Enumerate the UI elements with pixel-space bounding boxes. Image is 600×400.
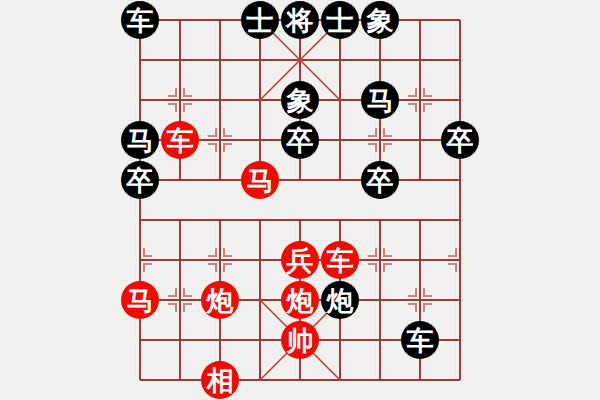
point-f1r4: 马	[120, 120, 160, 160]
point-f4r7	[240, 240, 280, 280]
point-f3r1	[200, 0, 240, 40]
point-f3r10: 相	[200, 360, 240, 400]
point-f6r6	[320, 200, 360, 240]
point-f5r3: 象	[280, 80, 320, 120]
point-f8r6	[400, 200, 440, 240]
piece-red-horse[interactable]: 马	[121, 281, 159, 319]
piece-black-soldier[interactable]: 卒	[121, 161, 159, 199]
point-f2r6	[160, 200, 200, 240]
point-f9r5	[440, 160, 480, 200]
piece-red-soldier[interactable]: 兵	[281, 241, 319, 279]
piece-red-general[interactable]: 帅	[281, 321, 319, 359]
point-f7r6	[360, 200, 400, 240]
piece-black-soldier[interactable]: 卒	[361, 161, 399, 199]
point-f7r5: 卒	[360, 160, 400, 200]
point-f6r2	[320, 40, 360, 80]
point-f5r9: 帅	[280, 320, 320, 360]
point-f9r8	[440, 280, 480, 320]
point-f9r4: 卒	[440, 120, 480, 160]
point-f8r8	[400, 280, 440, 320]
point-f8r3	[400, 80, 440, 120]
piece-black-elephant[interactable]: 象	[281, 81, 319, 119]
point-f7r8	[360, 280, 400, 320]
piece-black-advisor[interactable]: 士	[321, 1, 359, 39]
point-f3r4	[200, 120, 240, 160]
point-f6r4	[320, 120, 360, 160]
point-f8r9: 车	[400, 320, 440, 360]
point-f9r1	[440, 0, 480, 40]
point-f5r7: 兵	[280, 240, 320, 280]
point-f6r10	[320, 360, 360, 400]
point-f9r2	[440, 40, 480, 80]
piece-black-elephant[interactable]: 象	[361, 1, 399, 39]
point-f4r4	[240, 120, 280, 160]
point-f6r3	[320, 80, 360, 120]
point-f1r3	[120, 80, 160, 120]
point-f1r8: 马	[120, 280, 160, 320]
piece-red-chariot[interactable]: 车	[321, 241, 359, 279]
xiangqi-board: 车士将士象象马马车卒卒卒马卒兵车马炮炮炮帅车相	[0, 0, 600, 400]
point-f2r9	[160, 320, 200, 360]
point-f3r8: 炮	[200, 280, 240, 320]
piece-black-chariot[interactable]: 车	[121, 1, 159, 39]
point-f9r9	[440, 320, 480, 360]
point-f4r3	[240, 80, 280, 120]
point-f9r6	[440, 200, 480, 240]
point-f7r4	[360, 120, 400, 160]
point-f7r7	[360, 240, 400, 280]
point-f7r3: 马	[360, 80, 400, 120]
point-f5r6	[280, 200, 320, 240]
point-f3r9	[200, 320, 240, 360]
point-f8r7	[400, 240, 440, 280]
point-f1r10	[120, 360, 160, 400]
point-f7r9	[360, 320, 400, 360]
point-f8r2	[400, 40, 440, 80]
point-f3r5	[200, 160, 240, 200]
point-f6r1: 士	[320, 0, 360, 40]
point-f4r10	[240, 360, 280, 400]
board-grid: 车士将士象象马马车卒卒卒马卒兵车马炮炮炮帅车相	[120, 0, 480, 400]
point-f8r4	[400, 120, 440, 160]
point-f2r10	[160, 360, 200, 400]
piece-red-cannon[interactable]: 炮	[201, 281, 239, 319]
piece-black-chariot[interactable]: 车	[401, 321, 439, 359]
point-f3r7	[200, 240, 240, 280]
point-f1r6	[120, 200, 160, 240]
point-f2r4: 车	[160, 120, 200, 160]
point-f5r4: 卒	[280, 120, 320, 160]
point-f7r1: 象	[360, 0, 400, 40]
point-f4r1: 士	[240, 0, 280, 40]
piece-black-soldier[interactable]: 卒	[441, 121, 479, 159]
point-f9r3	[440, 80, 480, 120]
point-f8r1	[400, 0, 440, 40]
point-f5r5	[280, 160, 320, 200]
point-f6r9	[320, 320, 360, 360]
point-f4r9	[240, 320, 280, 360]
point-f5r10	[280, 360, 320, 400]
point-f3r6	[200, 200, 240, 240]
point-f2r2	[160, 40, 200, 80]
point-f5r1: 将	[280, 0, 320, 40]
point-f2r8	[160, 280, 200, 320]
point-f8r5	[400, 160, 440, 200]
point-f6r8: 炮	[320, 280, 360, 320]
piece-black-general[interactable]: 将	[281, 1, 319, 39]
piece-red-cannon[interactable]: 炮	[281, 281, 319, 319]
piece-black-horse[interactable]: 马	[361, 81, 399, 119]
point-f6r5	[320, 160, 360, 200]
point-f4r2	[240, 40, 280, 80]
point-f1r9	[120, 320, 160, 360]
point-f2r1	[160, 0, 200, 40]
point-f2r5	[160, 160, 200, 200]
point-f9r7	[440, 240, 480, 280]
piece-red-elephant[interactable]: 相	[201, 361, 239, 399]
point-f4r5: 马	[240, 160, 280, 200]
piece-red-horse[interactable]: 马	[241, 161, 279, 199]
piece-black-soldier[interactable]: 卒	[281, 121, 319, 159]
point-f7r2	[360, 40, 400, 80]
point-f1r1: 车	[120, 0, 160, 40]
point-f1r2	[120, 40, 160, 80]
point-f5r8: 炮	[280, 280, 320, 320]
piece-red-chariot[interactable]: 车	[161, 121, 199, 159]
piece-black-advisor[interactable]: 士	[241, 1, 279, 39]
point-f8r10	[400, 360, 440, 400]
point-f4r8	[240, 280, 280, 320]
point-f6r7: 车	[320, 240, 360, 280]
point-f7r10	[360, 360, 400, 400]
point-f4r6	[240, 200, 280, 240]
point-f2r3	[160, 80, 200, 120]
point-f3r3	[200, 80, 240, 120]
point-f2r7	[160, 240, 200, 280]
point-f1r7	[120, 240, 160, 280]
point-f5r2	[280, 40, 320, 80]
point-f1r5: 卒	[120, 160, 160, 200]
point-f9r10	[440, 360, 480, 400]
piece-black-cannon[interactable]: 炮	[321, 281, 359, 319]
piece-black-horse[interactable]: 马	[121, 121, 159, 159]
point-f3r2	[200, 40, 240, 80]
